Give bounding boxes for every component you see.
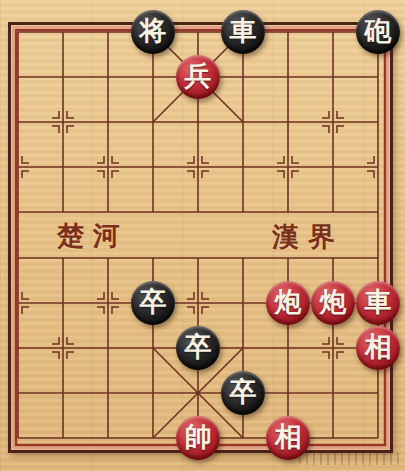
- piece-glyph: 炮: [275, 289, 302, 316]
- river-label-chu-he: 楚河: [57, 221, 129, 251]
- piece-black-cannon[interactable]: 砲: [356, 10, 400, 54]
- piece-glyph: 相: [365, 334, 392, 361]
- piece-glyph: 卒: [230, 379, 257, 406]
- river-label-han-jie: 漢界: [272, 222, 344, 252]
- piece-glyph: 卒: [140, 289, 167, 316]
- piece-red-general[interactable]: 帥: [176, 416, 220, 460]
- piece-black-soldier[interactable]: 卒: [131, 281, 175, 325]
- piece-red-soldier[interactable]: 兵: [176, 55, 220, 99]
- piece-glyph: 将: [140, 18, 167, 45]
- piece-glyph: 卒: [185, 334, 212, 361]
- piece-black-soldier[interactable]: 卒: [176, 326, 220, 370]
- piece-black-soldier[interactable]: 卒: [221, 371, 265, 415]
- piece-red-chariot[interactable]: 車: [356, 281, 400, 325]
- piece-glyph: 相: [275, 424, 302, 451]
- piece-glyph: 砲: [365, 18, 392, 45]
- piece-black-chariot[interactable]: 車: [221, 10, 265, 54]
- piece-glyph: 車: [365, 289, 392, 316]
- piece-red-elephant[interactable]: 相: [266, 416, 310, 460]
- piece-red-cannon[interactable]: 炮: [311, 281, 355, 325]
- piece-red-cannon[interactable]: 炮: [266, 281, 310, 325]
- piece-glyph: 車: [230, 18, 257, 45]
- piece-glyph: 兵: [185, 63, 212, 90]
- piece-black-general[interactable]: 将: [131, 10, 175, 54]
- piece-glyph: 帥: [185, 424, 212, 451]
- piece-glyph: 炮: [320, 289, 347, 316]
- piece-red-elephant[interactable]: 相: [356, 326, 400, 370]
- xiangqi-board: 楚河 漢界 将車砲兵卒炮炮車卒相卒帥相: [0, 0, 405, 471]
